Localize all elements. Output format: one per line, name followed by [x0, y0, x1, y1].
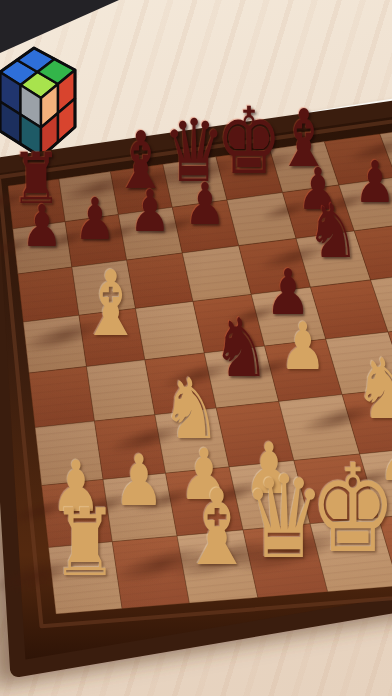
piece-black-pawn-a7[interactable]: ♟: [21, 198, 62, 256]
square-a5[interactable]: [23, 315, 86, 373]
square-c5[interactable]: [136, 301, 205, 359]
piece-black-pawn-d7[interactable]: ♟: [184, 176, 225, 234]
piece-white-king-e1[interactable]: ♚: [310, 449, 392, 571]
piece-black-pawn-b7[interactable]: ♟: [75, 191, 116, 249]
piece-white-pawn-e4[interactable]: ♟: [279, 314, 326, 379]
ar-chess-scene: it ♜♝♛♚♝♜♟♟♟♟♟♟♟♞♝♟♞♟♞♞♟♟♟♟♟♟♟♜♝♛♚♜: [0, 0, 392, 696]
piece-white-rook-a1[interactable]: ♜: [51, 498, 117, 591]
piece-black-pawn-c7[interactable]: ♟: [129, 184, 170, 242]
piece-black-pawn-g7[interactable]: ♟: [355, 154, 392, 212]
piece-white-bishop-b5[interactable]: ♝: [79, 260, 144, 350]
square-b1[interactable]: [112, 536, 189, 609]
piece-white-pawn-b2[interactable]: ♟: [114, 446, 165, 517]
piece-black-knight-f6[interactable]: ♞: [306, 195, 359, 269]
square-b4[interactable]: [87, 360, 155, 421]
square-a6[interactable]: [18, 267, 79, 322]
square-a4[interactable]: [29, 367, 95, 428]
